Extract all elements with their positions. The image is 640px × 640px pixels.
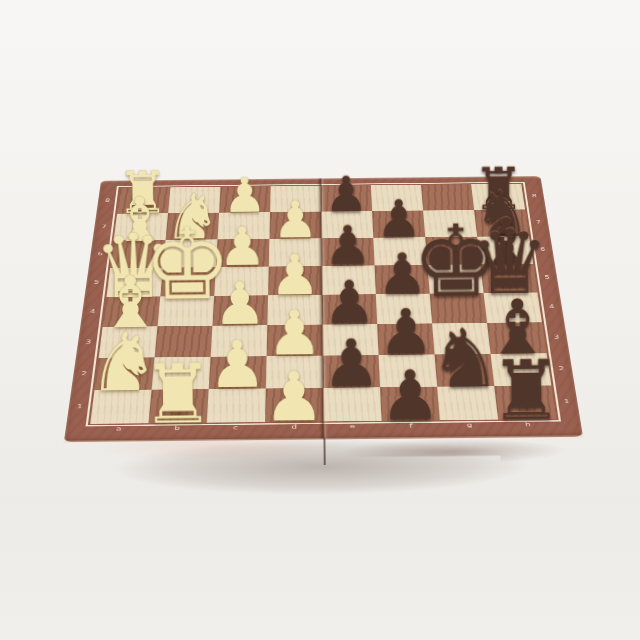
rank-label-right-3: 3: [554, 335, 560, 340]
black-rook-h1: ♜: [489, 350, 563, 433]
rank-label-right-1: 1: [564, 399, 570, 404]
file-label-a: a: [116, 427, 122, 432]
white-pawn-d1: ♟: [263, 363, 325, 432]
white-pawn-c4: ♟: [213, 275, 266, 334]
file-label-c: c: [233, 425, 238, 430]
white-pawn-d3: ♟: [266, 303, 322, 365]
black-pawn-e2: ♟: [322, 332, 381, 397]
white-pawn-d5: ♟: [269, 247, 320, 304]
front-face-hinge-seam: [323, 438, 325, 465]
white-rook-b1: ♜: [140, 353, 214, 436]
photo-stage: abcdefgh8877665544332211 ♜♟♟♜♝♞♟♟♞♟♟♝♛♚♟…: [0, 0, 640, 640]
white-pawn-c2: ♟: [208, 333, 267, 398]
rank-label-left-8: 8: [105, 199, 110, 203]
black-pawn-f1: ♟: [379, 362, 441, 431]
pieces-layer: ♜♟♟♜♝♞♟♟♞♟♟♝♛♚♟♟♚♛♝♟♟♟♟♝♞♟♟♞♜♟♟♜: [0, 0, 637, 3]
black-pawn-e6: ♟: [324, 220, 372, 274]
file-label-e: e: [350, 424, 355, 429]
scene-tilt: abcdefgh8877665544332211 ♜♟♟♜♝♞♟♟♞♟♟♝♛♚♟…: [0, 0, 640, 640]
black-pawn-e8: ♟: [325, 170, 369, 219]
white-pawn-d7: ♟: [272, 195, 318, 246]
black-pawn-e4: ♟: [323, 274, 376, 333]
black-pawn-f3: ♟: [378, 302, 434, 364]
rank-label-left-1: 1: [76, 405, 82, 410]
rank-label-left-2: 2: [81, 372, 87, 377]
rank-label-right-8: 8: [532, 194, 537, 198]
file-label-g: g: [467, 423, 473, 428]
